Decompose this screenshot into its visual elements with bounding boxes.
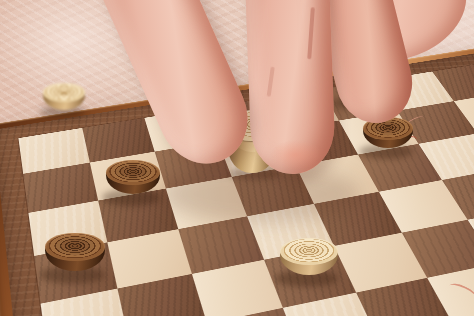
finger-crease bbox=[267, 67, 275, 97]
checkers-photo-scene bbox=[0, 0, 474, 316]
captured-light-piece[interactable] bbox=[43, 83, 85, 117]
dark-piece-r2c1[interactable] bbox=[106, 160, 160, 203]
finger-crease bbox=[307, 7, 315, 59]
dark-piece-r3c0[interactable] bbox=[45, 233, 105, 281]
light-piece-r4c3[interactable] bbox=[280, 238, 338, 284]
index-finger bbox=[244, 0, 336, 175]
